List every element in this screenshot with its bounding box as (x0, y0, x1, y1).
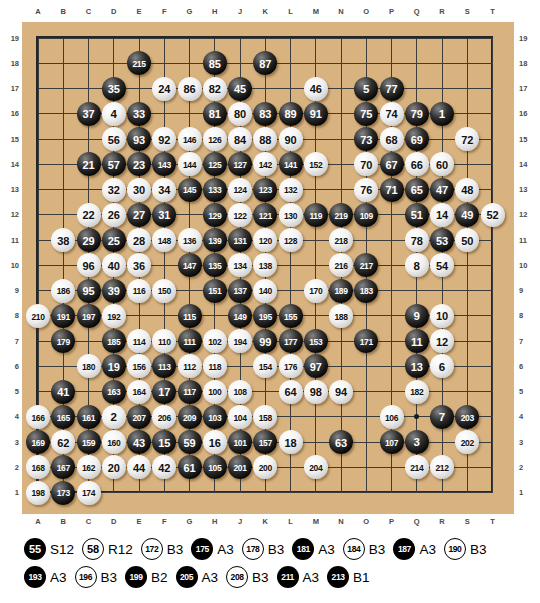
white-stone-P16: 74 (380, 102, 404, 126)
white-stone-N11: 218 (329, 228, 353, 252)
stone-move-number: 161 (82, 413, 95, 422)
stone-move-number: 18 (284, 437, 296, 448)
white-stone-M17: 46 (304, 77, 328, 101)
caption-line: 55S1258R12172B3175A3178B3181A3184B3187A3… (24, 535, 530, 563)
row-label-left: 2 (3, 463, 19, 472)
stone-move-number: 216 (335, 262, 348, 271)
caption-move-location: A3 (50, 570, 67, 585)
stone-move-number: 72 (461, 134, 473, 145)
column-label-top: K (256, 7, 274, 16)
white-stone-O13: 76 (354, 178, 378, 202)
white-stone-Q11: 78 (405, 228, 429, 252)
caption-move-number: 205 (180, 572, 193, 582)
stone-move-number: 176 (284, 363, 297, 372)
stone-move-number: 85 (209, 58, 221, 69)
row-label-right: 4 (519, 412, 535, 421)
stone-move-number: 97 (310, 361, 322, 372)
stone-move-number: 92 (158, 134, 170, 145)
stone-move-number: 215 (133, 60, 146, 69)
black-stone-D5: 163 (102, 380, 126, 404)
white-stone-D2: 20 (102, 455, 126, 479)
caption-move-number: 190 (448, 544, 461, 554)
caption-move-location: B3 (470, 542, 487, 557)
black-stone-G7: 111 (178, 329, 202, 353)
black-stone-Q3: 3 (405, 430, 429, 454)
stone-move-number: 166 (32, 413, 45, 422)
black-stone-L8: 155 (279, 304, 303, 328)
stone-move-number: 63 (335, 437, 347, 448)
row-label-left: 1 (3, 488, 19, 497)
white-stone-P15: 68 (380, 127, 404, 151)
caption-move-entry: 175A3 (191, 538, 234, 560)
caption-move-location: B3 (252, 570, 269, 585)
stone-move-number: 52 (486, 210, 498, 221)
column-label-bottom: M (307, 517, 325, 526)
black-stone-C4: 161 (77, 405, 101, 429)
white-stone-M14: 152 (304, 152, 328, 176)
white-stone-D16: 4 (102, 102, 126, 126)
white-stone-D13: 32 (102, 178, 126, 202)
row-label-left: 6 (3, 362, 19, 371)
row-label-left: 19 (3, 34, 19, 43)
black-stone-H12: 129 (203, 203, 227, 227)
row-label-right: 11 (519, 236, 535, 245)
black-stone-D9: 39 (102, 279, 126, 303)
stone-move-number: 90 (284, 134, 296, 145)
stone-move-number: 180 (82, 363, 95, 372)
stone-move-number: 80 (234, 109, 246, 120)
black-stone-E4: 207 (127, 405, 151, 429)
stone-move-number: 7 (439, 412, 445, 424)
stone-move-number: 209 (183, 413, 196, 422)
stone-move-number: 5 (363, 83, 369, 95)
black-stone-J3: 101 (228, 430, 252, 454)
row-label-right: 14 (519, 160, 535, 169)
column-label-bottom: G (181, 517, 199, 526)
stone-move-number: 149 (234, 312, 247, 321)
black-stone-H2: 105 (203, 455, 227, 479)
black-stone-M6: 97 (304, 354, 328, 378)
white-stone-G6: 112 (178, 354, 202, 378)
column-label-top: P (383, 7, 401, 16)
stone-move-number: 115 (183, 312, 196, 321)
stone-move-number: 114 (133, 337, 146, 346)
stone-move-number: 86 (183, 84, 195, 95)
stone-move-number: 120 (259, 236, 272, 245)
black-stone-C3: 159 (77, 430, 101, 454)
row-label-right: 6 (519, 362, 535, 371)
row-label-right: 8 (519, 311, 535, 320)
caption-move-entry: 55S12 (24, 538, 74, 560)
stone-move-number: 183 (360, 287, 373, 296)
stone-move-number: 133 (208, 186, 221, 195)
column-label-bottom: N (332, 517, 350, 526)
black-stone-K16: 83 (253, 102, 277, 126)
stone-move-number: 107 (385, 438, 398, 447)
white-stone-G15: 146 (178, 127, 202, 151)
black-stone-H14: 125 (203, 152, 227, 176)
stone-move-number: 162 (82, 464, 95, 473)
row-label-left: 15 (3, 135, 19, 144)
black-stone-C16: 37 (77, 102, 101, 126)
white-caption-stone: 184 (343, 538, 365, 560)
column-label-top: D (105, 7, 123, 16)
stone-move-number: 31 (158, 210, 170, 221)
stone-move-number: 28 (133, 235, 145, 246)
stone-move-number: 130 (284, 211, 297, 220)
white-stone-C10: 96 (77, 253, 101, 277)
caption-move-entry: 193A3 (24, 566, 67, 588)
black-stone-C9: 95 (77, 279, 101, 303)
white-stone-A8: 210 (26, 304, 50, 328)
column-label-top: M (307, 7, 325, 16)
stone-move-number: 70 (360, 159, 372, 170)
black-stone-E15: 93 (127, 127, 151, 151)
black-stone-D17: 35 (102, 77, 126, 101)
stone-move-number: 103 (208, 413, 221, 422)
stone-move-number: 174 (82, 489, 95, 498)
stone-move-number: 124 (234, 186, 247, 195)
stone-move-number: 134 (234, 262, 247, 271)
white-stone-D3: 160 (102, 430, 126, 454)
white-stone-L15: 90 (279, 127, 303, 151)
stone-move-number: 201 (234, 464, 247, 473)
row-label-left: 12 (3, 210, 19, 219)
black-stone-K12: 121 (253, 203, 277, 227)
row-label-right: 3 (519, 438, 535, 447)
black-stone-O17: 5 (354, 77, 378, 101)
black-stone-S12: 49 (455, 203, 479, 227)
white-stone-E9: 116 (127, 279, 151, 303)
stone-move-number: 156 (133, 363, 146, 372)
row-label-left: 16 (3, 109, 19, 118)
stone-move-number: 101 (234, 438, 247, 447)
white-stone-L6: 176 (279, 354, 303, 378)
stone-move-number: 41 (57, 387, 69, 398)
white-stone-C12: 22 (77, 203, 101, 227)
stone-move-number: 98 (310, 387, 322, 398)
black-caption-stone: 213 (327, 566, 349, 588)
caption-move-number: 196 (79, 572, 92, 582)
caption-move-number: 187 (398, 544, 411, 554)
white-caption-stone: 172 (141, 538, 163, 560)
black-stone-J9: 137 (228, 279, 252, 303)
stone-move-number: 189 (335, 287, 348, 296)
black-stone-J8: 149 (228, 304, 252, 328)
caption-move-entry: 181A3 (292, 538, 335, 560)
white-stone-H17: 82 (203, 77, 227, 101)
stone-move-number: 47 (436, 185, 448, 196)
stone-move-number: 111 (183, 337, 195, 346)
stone-move-number: 143 (158, 161, 171, 170)
black-stone-J11: 131 (228, 228, 252, 252)
white-stone-L3: 18 (279, 430, 303, 454)
white-stone-L13: 132 (279, 178, 303, 202)
stone-move-number: 177 (284, 337, 297, 346)
stone-move-number: 118 (208, 363, 221, 372)
black-stone-F12: 31 (152, 203, 176, 227)
row-label-left: 7 (3, 337, 19, 346)
stone-move-number: 73 (360, 134, 372, 145)
black-stone-Q8: 9 (405, 304, 429, 328)
stone-move-number: 91 (310, 109, 322, 120)
black-caption-stone: 187 (393, 538, 415, 560)
stone-move-number: 81 (209, 109, 221, 120)
white-caption-stone: 190 (444, 538, 466, 560)
stone-move-number: 131 (234, 236, 247, 245)
black-stone-N12: 219 (329, 203, 353, 227)
white-stone-T12: 52 (481, 203, 505, 227)
caption-move-entry: 199B2 (125, 566, 168, 588)
stone-move-number: 100 (208, 388, 221, 397)
black-stone-G2: 61 (178, 455, 202, 479)
black-stone-H10: 135 (203, 253, 227, 277)
column-label-bottom: S (458, 517, 476, 526)
caption-move-location: A3 (318, 542, 335, 557)
black-stone-R4: 7 (430, 405, 454, 429)
black-stone-P13: 71 (380, 178, 404, 202)
stone-move-number: 6 (439, 361, 445, 373)
stone-move-number: 66 (411, 159, 423, 170)
black-caption-stone: 211 (277, 566, 299, 588)
white-stone-H15: 126 (203, 127, 227, 151)
stone-move-number: 197 (82, 312, 95, 321)
column-label-top: Q (408, 7, 426, 16)
stone-move-number: 159 (82, 438, 95, 447)
stone-move-number: 61 (183, 462, 195, 473)
black-stone-L7: 177 (279, 329, 303, 353)
stone-move-number: 117 (183, 388, 196, 397)
caption-move-number: 55 (29, 543, 41, 555)
column-label-top: A (29, 7, 47, 16)
stone-move-number: 35 (108, 84, 120, 95)
black-stone-B4: 165 (51, 405, 75, 429)
caption-move-entry: 184B3 (343, 538, 386, 560)
white-stone-D4: 2 (102, 405, 126, 429)
caption-move-location: R12 (108, 542, 133, 557)
black-stone-A3: 169 (26, 430, 50, 454)
stone-move-number: 155 (284, 312, 297, 321)
white-stone-Q10: 8 (405, 253, 429, 277)
white-stone-R7: 12 (430, 329, 454, 353)
white-stone-G11: 136 (178, 228, 202, 252)
black-stone-B8: 191 (51, 304, 75, 328)
white-stone-J13: 124 (228, 178, 252, 202)
row-label-left: 3 (3, 438, 19, 447)
stone-move-number: 129 (208, 211, 221, 220)
column-label-bottom: R (433, 517, 451, 526)
column-label-bottom: P (383, 517, 401, 526)
black-caption-stone: 55 (24, 538, 46, 560)
stone-move-number: 13 (411, 361, 423, 372)
black-stone-Q15: 69 (405, 127, 429, 151)
stone-move-number: 44 (133, 462, 145, 473)
white-stone-J15: 84 (228, 127, 252, 151)
stone-move-number: 104 (234, 413, 247, 422)
stone-move-number: 146 (183, 135, 196, 144)
stone-move-number: 27 (133, 210, 145, 221)
white-stone-K4: 158 (253, 405, 277, 429)
white-caption-stone: 178 (242, 538, 264, 560)
stone-move-number: 157 (259, 438, 272, 447)
stone-move-number: 173 (57, 489, 70, 498)
go-board: 2158587352486824546577374338180838991757… (22, 22, 514, 514)
stone-move-number: 109 (360, 211, 373, 220)
black-stone-Q12: 51 (405, 203, 429, 227)
black-stone-D6: 19 (102, 354, 126, 378)
black-stone-C11: 29 (77, 228, 101, 252)
stone-move-number: 71 (385, 185, 397, 196)
row-label-right: 9 (519, 286, 535, 295)
stone-move-number: 17 (158, 387, 170, 398)
stone-move-number: 218 (335, 236, 348, 245)
black-stone-G3: 59 (178, 430, 202, 454)
stone-move-number: 214 (410, 464, 423, 473)
black-stone-H16: 81 (203, 102, 227, 126)
stone-move-number: 144 (183, 161, 196, 170)
row-label-right: 5 (519, 387, 535, 396)
column-label-top: L (282, 7, 300, 16)
column-label-bottom: T (484, 517, 502, 526)
column-label-top: T (484, 7, 502, 16)
row-label-right: 17 (519, 84, 535, 93)
stone-move-number: 217 (360, 262, 373, 271)
black-stone-O9: 183 (354, 279, 378, 303)
stone-move-number: 40 (108, 260, 120, 271)
stone-move-number: 46 (310, 84, 322, 95)
caption-move-entry: 208B3 (226, 566, 269, 588)
stone-move-number: 32 (108, 185, 120, 196)
white-stone-R8: 10 (430, 304, 454, 328)
stone-move-number: 30 (133, 185, 145, 196)
stone-move-number: 49 (461, 210, 473, 221)
column-label-bottom: H (206, 517, 224, 526)
stone-move-number: 119 (309, 211, 322, 220)
stone-move-number: 160 (107, 438, 120, 447)
stone-move-number: 132 (284, 186, 297, 195)
column-label-top: J (231, 7, 249, 16)
white-stone-D15: 56 (102, 127, 126, 151)
caption-move-location: B2 (151, 570, 168, 585)
row-label-left: 5 (3, 387, 19, 396)
white-stone-J12: 122 (228, 203, 252, 227)
stone-move-number: 60 (436, 159, 448, 170)
stone-move-number: 153 (309, 337, 322, 346)
stone-move-number: 138 (259, 262, 272, 271)
stone-move-number: 192 (107, 312, 120, 321)
stone-move-number: 68 (385, 134, 397, 145)
stone-move-number: 128 (284, 236, 297, 245)
row-label-left: 8 (3, 311, 19, 320)
stone-move-number: 20 (108, 462, 120, 473)
black-stone-E3: 43 (127, 430, 151, 454)
black-stone-P14: 67 (380, 152, 404, 176)
stone-move-number: 169 (32, 438, 45, 447)
caption-move-entry: 213B1 (327, 566, 370, 588)
black-stone-P17: 77 (380, 77, 404, 101)
caption-move-location: B3 (101, 570, 118, 585)
stone-move-number: 59 (183, 437, 195, 448)
caption-move-entry: 196B3 (75, 566, 118, 588)
row-label-right: 19 (519, 34, 535, 43)
caption-move-number: 58 (87, 543, 99, 555)
stone-move-number: 15 (158, 437, 170, 448)
stone-move-number: 79 (411, 109, 423, 120)
black-stone-N3: 63 (329, 430, 353, 454)
stone-move-number: 171 (360, 337, 373, 346)
black-stone-R16: 1 (430, 102, 454, 126)
white-stone-C2: 162 (77, 455, 101, 479)
stone-move-number: 39 (108, 286, 120, 297)
white-stone-D12: 26 (102, 203, 126, 227)
white-stone-R12: 14 (430, 203, 454, 227)
black-caption-stone: 193 (24, 566, 46, 588)
stone-move-number: 16 (209, 437, 221, 448)
column-label-top: C (80, 7, 98, 16)
white-caption-stone: 58 (82, 538, 104, 560)
white-stone-G14: 144 (178, 152, 202, 176)
row-label-right: 10 (519, 261, 535, 270)
stone-move-number: 186 (57, 287, 70, 296)
column-label-bottom: F (155, 517, 173, 526)
grid-line-horizontal (38, 492, 494, 493)
white-stone-E5: 164 (127, 380, 151, 404)
stone-move-number: 191 (57, 312, 70, 321)
caption-move-entry: 58R12 (82, 538, 133, 560)
stone-move-number: 163 (107, 388, 120, 397)
stone-move-number: 74 (385, 109, 397, 120)
black-stone-O16: 75 (354, 102, 378, 126)
stone-move-number: 168 (32, 464, 45, 473)
white-stone-M5: 98 (304, 380, 328, 404)
stone-move-number: 164 (133, 388, 146, 397)
white-stone-E11: 28 (127, 228, 151, 252)
caption-move-entry: 190B3 (444, 538, 487, 560)
white-stone-A4: 166 (26, 405, 50, 429)
white-stone-D8: 192 (102, 304, 126, 328)
black-stone-D11: 25 (102, 228, 126, 252)
black-stone-F5: 17 (152, 380, 176, 404)
column-label-top: R (433, 7, 451, 16)
white-stone-Q2: 214 (405, 455, 429, 479)
row-label-right: 1 (519, 488, 535, 497)
stone-move-number: 37 (82, 109, 94, 120)
stone-move-number: 67 (385, 159, 397, 170)
white-stone-J16: 80 (228, 102, 252, 126)
row-label-left: 18 (3, 59, 19, 68)
stone-move-number: 25 (108, 235, 120, 246)
caption-move-entry: 187A3 (393, 538, 436, 560)
column-label-bottom: O (357, 517, 375, 526)
black-stone-S4: 203 (455, 405, 479, 429)
stone-move-number: 53 (436, 235, 448, 246)
stone-move-number: 188 (335, 312, 348, 321)
stone-move-number: 94 (335, 387, 347, 398)
white-stone-E13: 30 (127, 178, 151, 202)
stone-move-number: 206 (158, 413, 171, 422)
white-stone-H3: 16 (203, 430, 227, 454)
stone-move-number: 122 (234, 211, 247, 220)
caption-move-location: B3 (268, 542, 285, 557)
caption-move-number: 193 (29, 572, 42, 582)
column-label-top: G (181, 7, 199, 16)
stone-move-number: 23 (133, 159, 145, 170)
stone-move-number: 219 (335, 211, 348, 220)
stone-move-number: 127 (234, 161, 247, 170)
black-stone-D7: 185 (102, 329, 126, 353)
stone-move-number: 10 (436, 311, 448, 322)
black-stone-Q16: 79 (405, 102, 429, 126)
